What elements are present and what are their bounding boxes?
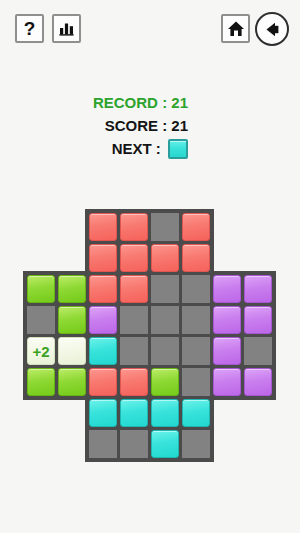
- board-cell-r6c1[interactable]: [27, 368, 55, 396]
- score-label: SCORE: [105, 117, 158, 134]
- bar-chart-icon: [58, 20, 75, 37]
- record-separator: :: [158, 94, 171, 111]
- board-cell-r8c4[interactable]: [120, 430, 148, 458]
- board-cell-r4c6[interactable]: [182, 306, 210, 334]
- board-cell-r2c4[interactable]: [120, 244, 148, 272]
- board-cell-r5c3[interactable]: [89, 337, 117, 365]
- board-cell-r6c4[interactable]: [120, 368, 148, 396]
- board-cell-r6c6[interactable]: [182, 368, 210, 396]
- board-cell-r6c7[interactable]: [213, 368, 241, 396]
- bonus-label: +2: [28, 338, 54, 364]
- board-cell-r4c1[interactable]: [27, 306, 55, 334]
- home-button[interactable]: [221, 14, 250, 43]
- board-cell-r8c6[interactable]: [182, 430, 210, 458]
- sound-button[interactable]: [255, 12, 289, 46]
- next-label: NEXT: [112, 140, 152, 157]
- board-cell-r5c5[interactable]: [151, 337, 179, 365]
- game-board: +2: [23, 209, 276, 462]
- board-cell-r2c3[interactable]: [89, 244, 117, 272]
- board-cell-r6c8[interactable]: [244, 368, 272, 396]
- board-cell-r4c2[interactable]: [58, 306, 86, 334]
- board-cell-r5c2[interactable]: [58, 337, 86, 365]
- score-value: 21: [171, 117, 188, 134]
- board-cell-r7c4[interactable]: [120, 399, 148, 427]
- board-cell-r8c3[interactable]: [89, 430, 117, 458]
- record-label: RECORD: [93, 94, 158, 111]
- board-cell-r5c4[interactable]: [120, 337, 148, 365]
- board-cell-r7c5[interactable]: [151, 399, 179, 427]
- score-separator: :: [158, 117, 171, 134]
- score-row: SCORE : 21: [105, 117, 188, 134]
- board-cell-r3c1[interactable]: [27, 275, 55, 303]
- scoreboard: RECORD : 21 SCORE : 21 NEXT :: [93, 94, 188, 157]
- board-cell-r3c6[interactable]: [182, 275, 210, 303]
- board-cell-r8c5[interactable]: [151, 430, 179, 458]
- board-cell-r3c2[interactable]: [58, 275, 86, 303]
- board-cell-r3c4[interactable]: [120, 275, 148, 303]
- board-cell-r4c5[interactable]: [151, 306, 179, 334]
- board-cell-r6c5[interactable]: [151, 368, 179, 396]
- game-screen: ? RECORD : 21 SCO: [0, 0, 300, 533]
- next-separator: :: [152, 140, 165, 157]
- board-cell-r2c6[interactable]: [182, 244, 210, 272]
- board-cell-r4c8[interactable]: [244, 306, 272, 334]
- next-tile-preview: [168, 139, 188, 159]
- question-mark-icon: ?: [24, 18, 36, 40]
- board-cell-r3c7[interactable]: [213, 275, 241, 303]
- board-cell-r2c5[interactable]: [151, 244, 179, 272]
- speaker-icon: [263, 20, 282, 39]
- board-cell-r1c6[interactable]: [182, 213, 210, 241]
- board-cell-r4c3[interactable]: [89, 306, 117, 334]
- board-cell-r1c4[interactable]: [120, 213, 148, 241]
- board-cell-r1c5[interactable]: [151, 213, 179, 241]
- board-cell-r7c3[interactable]: [89, 399, 117, 427]
- board-cell-r6c3[interactable]: [89, 368, 117, 396]
- board-cell-r4c7[interactable]: [213, 306, 241, 334]
- help-button[interactable]: ?: [15, 14, 44, 43]
- record-row: RECORD : 21: [93, 94, 188, 111]
- board-cell-r4c4[interactable]: [120, 306, 148, 334]
- board-cell-r7c6[interactable]: [182, 399, 210, 427]
- board-cell-r1c3[interactable]: [89, 213, 117, 241]
- board-cell-r5c6[interactable]: [182, 337, 210, 365]
- board-cell-r6c2[interactable]: [58, 368, 86, 396]
- board-cell-r5c7[interactable]: [213, 337, 241, 365]
- next-row: NEXT :: [112, 140, 188, 157]
- board-cell-r5c8[interactable]: [244, 337, 272, 365]
- board-grid: +2: [27, 213, 272, 458]
- board-cell-r3c8[interactable]: [244, 275, 272, 303]
- record-value: 21: [171, 94, 188, 111]
- home-icon: [227, 20, 245, 38]
- board-cell-r5c1[interactable]: +2: [27, 337, 55, 365]
- stats-button[interactable]: [52, 14, 81, 43]
- board-cell-r3c3[interactable]: [89, 275, 117, 303]
- board-cell-r3c5[interactable]: [151, 275, 179, 303]
